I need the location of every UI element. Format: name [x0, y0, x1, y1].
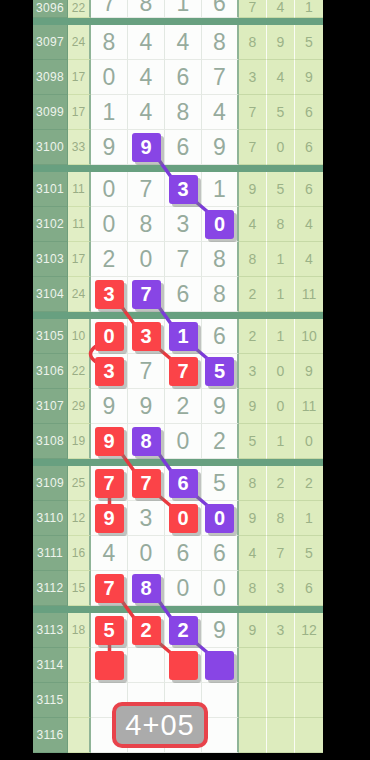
purple-marked-number: 0	[205, 210, 234, 239]
draw-count: 18	[68, 613, 91, 648]
stat-cell: 9	[239, 501, 267, 536]
draw-count: 22	[68, 0, 91, 18]
period-label: 3112	[33, 571, 68, 606]
stat-cell: 1	[295, 501, 323, 536]
digit-cell	[165, 648, 202, 683]
stat-cell: 7	[239, 95, 267, 130]
draw-count: 19	[68, 424, 91, 459]
digit: 9	[140, 393, 153, 420]
draw-count: 29	[68, 389, 91, 424]
digit-cell: 7	[165, 354, 202, 389]
stat-cell: 10	[295, 319, 323, 354]
digit-cell: 7	[165, 242, 202, 277]
chart-row-3112: 3112157800836	[33, 571, 323, 606]
digit: 0	[103, 176, 116, 203]
digit-cell: 2	[202, 424, 239, 459]
chart-row-3110: 3110129300981	[33, 501, 323, 536]
stat-cell: 5	[239, 424, 267, 459]
digit: 4	[177, 29, 190, 56]
period-label: 3106	[33, 354, 68, 389]
digit-cell: 0	[165, 424, 202, 459]
digit: 9	[213, 134, 226, 161]
digit: 6	[177, 134, 190, 161]
purple-marked-number: 6	[169, 469, 198, 498]
stat-cell: 1	[267, 319, 295, 354]
chart-row-3113: 31131852299312	[33, 613, 323, 648]
digit: 6	[213, 0, 226, 15]
period-label: 3103	[33, 242, 68, 277]
digit: 1	[177, 0, 190, 15]
digit: 9	[103, 134, 116, 161]
digit-cell: 3	[91, 354, 128, 389]
stat-cell: 8	[239, 242, 267, 277]
period-label: 3108	[33, 424, 68, 459]
group-separator	[33, 459, 323, 466]
purple-marked-number: 8	[132, 574, 161, 603]
stat-cell: 4	[267, 60, 295, 95]
group-separator	[33, 606, 323, 613]
stat-cell: 0	[267, 130, 295, 165]
red-marked-number: 7	[169, 357, 198, 386]
digit-cell: 0	[202, 207, 239, 242]
stat-cell	[267, 718, 295, 753]
digit-cell	[91, 648, 128, 683]
digit: 8	[177, 99, 190, 126]
stat-cell: 3	[239, 354, 267, 389]
digit-cell: 6	[165, 536, 202, 571]
chart-row-3097: 3097248448895	[33, 25, 323, 60]
purple-marked-number: 0	[205, 504, 234, 533]
red-marked-number: 7	[95, 574, 124, 603]
digit-cell: 5	[91, 613, 128, 648]
digit-cell: 1	[165, 319, 202, 354]
period-label: 3104	[33, 277, 68, 312]
stat-cell: 5	[295, 536, 323, 571]
digit-cell: 0	[91, 319, 128, 354]
purple-marked-number: 8	[132, 427, 161, 456]
stat-cell: 6	[295, 130, 323, 165]
chart-row-3105: 31051003162110	[33, 319, 323, 354]
digit-cell: 3	[128, 501, 165, 536]
digit: 3	[140, 505, 153, 532]
chart-row-3111: 3111164066475	[33, 536, 323, 571]
stat-cell: 11	[295, 277, 323, 312]
digit-cell: 2	[128, 613, 165, 648]
digit-cell: 8	[128, 571, 165, 606]
draw-count: 33	[68, 130, 91, 165]
digit-cell: 8	[202, 277, 239, 312]
digit: 6	[177, 281, 190, 308]
purple-marked-number: 1	[169, 322, 198, 351]
digit: 0	[177, 428, 190, 455]
stat-cell: 2	[239, 277, 267, 312]
digit-cell: 3	[128, 319, 165, 354]
digit: 0	[213, 575, 226, 602]
chart-row-3103: 3103172078814	[33, 242, 323, 277]
stat-cell: 2	[239, 319, 267, 354]
digit-cell: 4	[128, 25, 165, 60]
digit-cell: 9	[128, 130, 165, 165]
digit: 0	[103, 64, 116, 91]
stat-cell: 5	[295, 25, 323, 60]
stat-cell: 6	[295, 95, 323, 130]
stat-cell: 3	[239, 60, 267, 95]
stat-cell: 5	[267, 172, 295, 207]
digit-cell: 7	[128, 354, 165, 389]
digit: 0	[177, 575, 190, 602]
digit-cell: 2	[165, 389, 202, 424]
stat-cell: 2	[295, 466, 323, 501]
chart-row-3114: 3114	[33, 648, 323, 683]
period-label: 3098	[33, 60, 68, 95]
period-label: 3100	[33, 130, 68, 165]
digit-cell: 8	[128, 424, 165, 459]
draw-count: 11	[68, 172, 91, 207]
digit: 0	[103, 211, 116, 238]
draw-count: 24	[68, 25, 91, 60]
draw-count: 17	[68, 242, 91, 277]
digit-cell: 9	[202, 389, 239, 424]
red-marked-number: 0	[169, 504, 198, 533]
stat-cell: 5	[267, 95, 295, 130]
stat-cell: 12	[295, 613, 323, 648]
purple-marked-number: 7	[132, 280, 161, 309]
stat-cell	[239, 648, 267, 683]
red-marked-number: 7	[132, 469, 161, 498]
digit-cell: 1	[91, 95, 128, 130]
stat-cell: 11	[295, 389, 323, 424]
digit-cell: 4	[202, 95, 239, 130]
stat-cell: 7	[239, 130, 267, 165]
digit-cell: 6	[202, 0, 239, 18]
stat-cell: 1	[267, 424, 295, 459]
trend-chart: 4+05 30962278167413097248448895309817046…	[33, 0, 323, 753]
digit-cell: 0	[165, 501, 202, 536]
period-label: 3105	[33, 319, 68, 354]
digit: 1	[213, 176, 226, 203]
stat-cell: 1	[295, 0, 323, 18]
digit-cell: 0	[91, 207, 128, 242]
stat-cell: 3	[267, 571, 295, 606]
period-label: 3099	[33, 95, 68, 130]
digit-cell: 7	[91, 0, 128, 18]
stat-cell: 8	[239, 466, 267, 501]
red-marked-number: 2	[132, 616, 161, 645]
digit: 5	[213, 470, 226, 497]
digit-cell: 9	[91, 424, 128, 459]
stat-cell: 4	[239, 536, 267, 571]
purple-marked-number: 9	[132, 133, 161, 162]
digit: 4	[213, 99, 226, 126]
chart-row-3099: 3099171484756	[33, 95, 323, 130]
purple-marked-number: 5	[205, 357, 234, 386]
digit-cell: 8	[202, 242, 239, 277]
digit-cell: 8	[165, 95, 202, 130]
digit: 7	[140, 358, 153, 385]
period-label: 3116	[33, 718, 68, 753]
chart-row-3098: 3098170467349	[33, 60, 323, 95]
digit: 8	[103, 29, 116, 56]
period-label: 3109	[33, 466, 68, 501]
period-label: 3113	[33, 613, 68, 648]
period-label: 3114	[33, 648, 68, 683]
digit: 8	[213, 281, 226, 308]
stat-cell: 0	[267, 389, 295, 424]
chart-row-3101: 3101110731956	[33, 172, 323, 207]
period-label: 3115	[33, 683, 68, 718]
digit-cell: 7	[202, 60, 239, 95]
digit-cell: 8	[128, 0, 165, 18]
draw-count: 17	[68, 95, 91, 130]
red-marked-number: 3	[95, 280, 124, 309]
red-marked-number	[169, 651, 198, 680]
draw-count	[68, 648, 91, 683]
screen: 4+05 30962278167413097248448895309817046…	[0, 0, 370, 760]
stat-cell: 4	[295, 242, 323, 277]
digit: 6	[213, 323, 226, 350]
digit-cell: 2	[91, 242, 128, 277]
stat-cell: 8	[267, 207, 295, 242]
chart-row-3107: 31072999299011	[33, 389, 323, 424]
period-label: 3097	[33, 25, 68, 60]
draw-count	[68, 683, 91, 718]
stat-cell	[267, 648, 295, 683]
stat-cell: 7	[239, 0, 267, 18]
digit-cell: 1	[165, 0, 202, 18]
chart-row-3104: 31042437682111	[33, 277, 323, 312]
draw-count	[68, 718, 91, 753]
digit-cell	[202, 648, 239, 683]
red-marked-number: 3	[95, 357, 124, 386]
digit-cell: 7	[128, 466, 165, 501]
digit-cell: 6	[165, 277, 202, 312]
digit-cell: 3	[165, 172, 202, 207]
digit-cell: 0	[128, 242, 165, 277]
digit-cell: 9	[91, 130, 128, 165]
digit: 6	[177, 540, 190, 567]
stat-cell: 7	[267, 536, 295, 571]
period-label: 3110	[33, 501, 68, 536]
digit: 4	[140, 99, 153, 126]
digit-cell: 9	[91, 501, 128, 536]
stat-cell: 0	[267, 354, 295, 389]
stat-cell	[239, 683, 267, 718]
period-label: 3101	[33, 172, 68, 207]
period-label: 3111	[33, 536, 68, 571]
purple-marked-number	[205, 651, 234, 680]
stat-cell: 4	[267, 0, 295, 18]
draw-count: 25	[68, 466, 91, 501]
digit-cell: 8	[128, 207, 165, 242]
digit-cell: 8	[202, 25, 239, 60]
group-separator	[33, 165, 323, 172]
digit-cell: 7	[91, 466, 128, 501]
digit-cell: 5	[202, 354, 239, 389]
digit: 2	[177, 393, 190, 420]
digit: 3	[177, 211, 190, 238]
digit-cell: 7	[91, 571, 128, 606]
digit: 8	[213, 246, 226, 273]
digit: 1	[103, 99, 116, 126]
digit-cell: 0	[165, 571, 202, 606]
digit-cell: 0	[91, 60, 128, 95]
stat-cell: 8	[239, 571, 267, 606]
stat-cell: 4	[295, 207, 323, 242]
prediction-badge: 4+05	[112, 702, 208, 748]
digit-cell: 4	[128, 95, 165, 130]
digit-cell: 2	[165, 613, 202, 648]
digit: 9	[213, 617, 226, 644]
digit: 7	[103, 0, 116, 15]
period-label: 3107	[33, 389, 68, 424]
purple-marked-number: 3	[169, 175, 198, 204]
red-marked-number: 5	[95, 616, 124, 645]
digit-cell: 3	[165, 207, 202, 242]
stat-cell: 1	[267, 242, 295, 277]
stat-cell: 1	[267, 277, 295, 312]
draw-count: 12	[68, 501, 91, 536]
digit: 4	[103, 540, 116, 567]
digit-cell: 6	[165, 466, 202, 501]
red-marked-number: 9	[95, 504, 124, 533]
digit-cell: 0	[91, 172, 128, 207]
digit-cell: 0	[128, 536, 165, 571]
stat-cell: 9	[267, 25, 295, 60]
digit: 7	[213, 64, 226, 91]
digit: 6	[177, 64, 190, 91]
group-separator	[33, 312, 323, 319]
draw-count: 10	[68, 319, 91, 354]
digit-cell: 9	[202, 130, 239, 165]
stat-cell: 9	[239, 172, 267, 207]
stat-cell: 9	[239, 389, 267, 424]
stat-cell: 9	[295, 60, 323, 95]
draw-count: 17	[68, 60, 91, 95]
stat-cell	[295, 683, 323, 718]
stat-cell: 6	[295, 571, 323, 606]
draw-count: 16	[68, 536, 91, 571]
red-marked-number: 3	[132, 322, 161, 351]
digit: 2	[103, 246, 116, 273]
stat-cell: 0	[295, 424, 323, 459]
digit-cell: 6	[202, 319, 239, 354]
digit-cell: 0	[202, 571, 239, 606]
digit: 9	[103, 393, 116, 420]
digit: 8	[140, 211, 153, 238]
digit-cell: 4	[128, 60, 165, 95]
draw-count: 11	[68, 207, 91, 242]
digit-cell: 7	[128, 172, 165, 207]
digit: 8	[213, 29, 226, 56]
stat-cell	[267, 683, 295, 718]
digit: 7	[140, 176, 153, 203]
stat-cell	[295, 648, 323, 683]
red-marked-number	[95, 651, 124, 680]
purple-marked-number: 2	[169, 616, 198, 645]
digit-cell: 8	[91, 25, 128, 60]
red-marked-number: 0	[95, 322, 124, 351]
stat-cell: 3	[267, 613, 295, 648]
chart-row-3106: 3106223775309	[33, 354, 323, 389]
stat-cell	[295, 718, 323, 753]
stat-cell: 8	[267, 501, 295, 536]
period-label: 3096	[33, 0, 68, 18]
stat-cell: 4	[239, 207, 267, 242]
digit-cell: 6	[165, 130, 202, 165]
digit-cell: 9	[128, 389, 165, 424]
stat-cell: 9	[295, 354, 323, 389]
chart-row-3102: 3102110830484	[33, 207, 323, 242]
draw-count: 15	[68, 571, 91, 606]
digit: 6	[213, 540, 226, 567]
digit-cell: 0	[202, 501, 239, 536]
digit: 4	[140, 64, 153, 91]
stat-cell: 2	[267, 466, 295, 501]
draw-count: 22	[68, 354, 91, 389]
digit: 9	[213, 393, 226, 420]
digit: 7	[177, 246, 190, 273]
digit: 8	[140, 0, 153, 15]
digit-cell: 1	[202, 172, 239, 207]
digit-cell: 4	[91, 536, 128, 571]
digit: 0	[140, 246, 153, 273]
stat-cell: 8	[239, 25, 267, 60]
digit-cell: 7	[128, 277, 165, 312]
digit: 4	[140, 29, 153, 56]
digit-cell: 3	[91, 277, 128, 312]
chart-row-3109: 3109257765822	[33, 466, 323, 501]
red-marked-number: 9	[95, 427, 124, 456]
digit-cell: 5	[202, 466, 239, 501]
draw-count: 24	[68, 277, 91, 312]
digit-cell: 6	[165, 60, 202, 95]
chart-row-3100: 3100339969706	[33, 130, 323, 165]
period-label: 3102	[33, 207, 68, 242]
digit-cell: 9	[91, 389, 128, 424]
stat-cell	[239, 718, 267, 753]
chart-row-3108: 3108199802510	[33, 424, 323, 459]
chart-row-3096: 3096227816741	[33, 0, 323, 18]
stat-cell: 9	[239, 613, 267, 648]
red-marked-number: 7	[95, 469, 124, 498]
digit: 0	[140, 540, 153, 567]
digit-cell: 9	[202, 613, 239, 648]
digit-cell	[128, 648, 165, 683]
group-separator	[33, 18, 323, 25]
digit-cell: 4	[165, 25, 202, 60]
digit-cell: 6	[202, 536, 239, 571]
stat-cell: 6	[295, 172, 323, 207]
digit: 2	[213, 428, 226, 455]
prediction-badge-label: 4+05	[125, 709, 194, 742]
